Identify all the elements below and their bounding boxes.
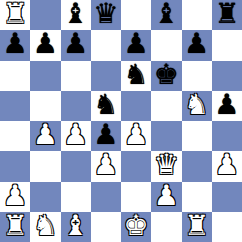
- square-h4[interactable]: [212, 121, 242, 151]
- black-king-piece[interactable]: ♚: [154, 61, 179, 89]
- chess-board: ♜♝♛♝♜♟♟♟♟♟♞♚♞♞♟♟♟♟♟♟♛♟♟♟♜♞♝♚♜: [0, 0, 242, 242]
- black-pawn-piece[interactable]: ♟: [3, 30, 28, 58]
- white-pawn-piece[interactable]: ♟: [93, 151, 118, 179]
- square-c6[interactable]: [61, 61, 91, 91]
- black-pawn-piece[interactable]: ♟: [93, 121, 118, 149]
- square-d5[interactable]: ♞: [91, 91, 121, 121]
- square-b5[interactable]: [30, 91, 60, 121]
- square-c3[interactable]: [61, 151, 91, 181]
- square-d2[interactable]: [91, 182, 121, 212]
- black-knight-piece[interactable]: ♞: [93, 91, 118, 119]
- square-d8[interactable]: ♛: [91, 0, 121, 30]
- square-h6[interactable]: [212, 61, 242, 91]
- square-g2[interactable]: [182, 182, 212, 212]
- square-a8[interactable]: ♜: [0, 0, 30, 30]
- white-knight-piece[interactable]: ♞: [33, 212, 58, 240]
- square-h3[interactable]: ♟: [212, 151, 242, 181]
- square-b6[interactable]: [30, 61, 60, 91]
- square-g6[interactable]: [182, 61, 212, 91]
- square-a2[interactable]: ♟: [0, 182, 30, 212]
- square-b3[interactable]: [30, 151, 60, 181]
- square-e3[interactable]: [121, 151, 151, 181]
- black-bishop-piece[interactable]: ♝: [154, 0, 179, 28]
- square-b2[interactable]: [30, 182, 60, 212]
- black-pawn-piece[interactable]: ♟: [214, 91, 239, 119]
- square-h2[interactable]: [212, 182, 242, 212]
- black-bishop-piece[interactable]: ♝: [63, 0, 88, 28]
- square-g7[interactable]: ♟: [182, 30, 212, 60]
- square-h8[interactable]: ♜: [212, 0, 242, 30]
- square-d7[interactable]: [91, 30, 121, 60]
- white-pawn-piece[interactable]: ♟: [33, 121, 58, 149]
- square-f4[interactable]: [151, 121, 181, 151]
- square-d1[interactable]: [91, 212, 121, 242]
- square-c5[interactable]: [61, 91, 91, 121]
- square-f3[interactable]: ♛: [151, 151, 181, 181]
- square-f5[interactable]: [151, 91, 181, 121]
- white-knight-piece[interactable]: ♞: [184, 91, 209, 119]
- square-f7[interactable]: [151, 30, 181, 60]
- square-b8[interactable]: [30, 0, 60, 30]
- square-e6[interactable]: ♞: [121, 61, 151, 91]
- square-c2[interactable]: [61, 182, 91, 212]
- white-queen-piece[interactable]: ♛: [154, 151, 179, 179]
- square-c7[interactable]: ♟: [61, 30, 91, 60]
- white-pawn-piece[interactable]: ♟: [3, 182, 28, 210]
- white-rook-piece[interactable]: ♜: [3, 0, 28, 28]
- square-c1[interactable]: ♝: [61, 212, 91, 242]
- chess-board-wrapper: ♜♝♛♝♜♟♟♟♟♟♞♚♞♞♟♟♟♟♟♟♛♟♟♟♜♞♝♚♜: [0, 0, 242, 242]
- square-c4[interactable]: ♟: [61, 121, 91, 151]
- square-a5[interactable]: [0, 91, 30, 121]
- square-a7[interactable]: ♟: [0, 30, 30, 60]
- square-d3[interactable]: ♟: [91, 151, 121, 181]
- white-bishop-piece[interactable]: ♝: [63, 212, 88, 240]
- square-c8[interactable]: ♝: [61, 0, 91, 30]
- square-e1[interactable]: ♚: [121, 212, 151, 242]
- square-a1[interactable]: ♜: [0, 212, 30, 242]
- square-e5[interactable]: [121, 91, 151, 121]
- square-g4[interactable]: [182, 121, 212, 151]
- white-rook-piece[interactable]: ♜: [3, 212, 28, 240]
- black-knight-piece[interactable]: ♞: [124, 61, 149, 89]
- white-pawn-piece[interactable]: ♟: [214, 151, 239, 179]
- square-h5[interactable]: ♟: [212, 91, 242, 121]
- square-b4[interactable]: ♟: [30, 121, 60, 151]
- square-d6[interactable]: [91, 61, 121, 91]
- square-e4[interactable]: ♟: [121, 121, 151, 151]
- white-king-piece[interactable]: ♚: [124, 212, 149, 240]
- square-g5[interactable]: ♞: [182, 91, 212, 121]
- black-pawn-piece[interactable]: ♟: [124, 30, 149, 58]
- square-d4[interactable]: ♟: [91, 121, 121, 151]
- white-pawn-piece[interactable]: ♟: [154, 182, 179, 210]
- square-h7[interactable]: [212, 30, 242, 60]
- square-g3[interactable]: [182, 151, 212, 181]
- square-a4[interactable]: [0, 121, 30, 151]
- square-e7[interactable]: ♟: [121, 30, 151, 60]
- square-a6[interactable]: [0, 61, 30, 91]
- white-rook-piece[interactable]: ♜: [184, 212, 209, 240]
- square-f8[interactable]: ♝: [151, 0, 181, 30]
- white-pawn-piece[interactable]: ♟: [63, 121, 88, 149]
- black-queen-piece[interactable]: ♛: [93, 0, 118, 28]
- square-f1[interactable]: [151, 212, 181, 242]
- square-e8[interactable]: [121, 0, 151, 30]
- black-pawn-piece[interactable]: ♟: [33, 30, 58, 58]
- square-h1[interactable]: [212, 212, 242, 242]
- square-g8[interactable]: [182, 0, 212, 30]
- square-a3[interactable]: [0, 151, 30, 181]
- white-pawn-piece[interactable]: ♟: [124, 121, 149, 149]
- square-f2[interactable]: ♟: [151, 182, 181, 212]
- square-e2[interactable]: [121, 182, 151, 212]
- square-b1[interactable]: ♞: [30, 212, 60, 242]
- square-g1[interactable]: ♜: [182, 212, 212, 242]
- black-pawn-piece[interactable]: ♟: [63, 30, 88, 58]
- square-b7[interactable]: ♟: [30, 30, 60, 60]
- black-pawn-piece[interactable]: ♟: [184, 30, 209, 58]
- square-f6[interactable]: ♚: [151, 61, 181, 91]
- black-rook-piece[interactable]: ♜: [214, 0, 239, 28]
